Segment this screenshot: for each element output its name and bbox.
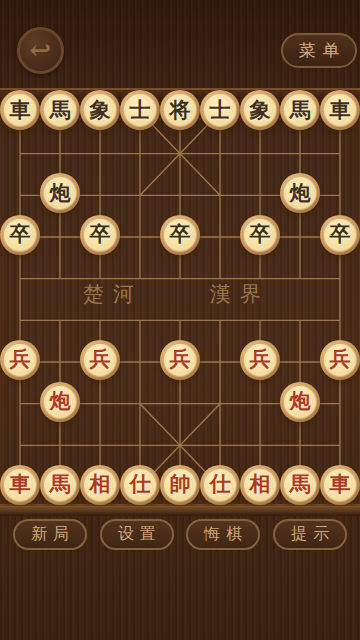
piece-face: 卒 <box>83 218 117 252</box>
piece-red-soldier-3[interactable]: 兵 <box>160 340 200 380</box>
piece-face: 車 <box>323 468 357 502</box>
piece-face: 卒 <box>3 218 37 252</box>
piece-face: 炮 <box>283 176 317 210</box>
footer-toolbar: 新局 设置 悔棋 提示 <box>13 519 347 550</box>
hint-button[interactable]: 提示 <box>273 519 347 550</box>
piece-face: 炮 <box>43 385 77 419</box>
board-bottom-bevel <box>0 506 360 516</box>
piece-face: 車 <box>323 93 357 127</box>
piece-face: 相 <box>83 468 117 502</box>
piece-face: 士 <box>203 93 237 127</box>
piece-black-chariot-left[interactable]: 車 <box>0 90 40 130</box>
piece-face: 車 <box>3 93 37 127</box>
piece-red-elephant-left[interactable]: 相 <box>80 465 120 505</box>
piece-face: 象 <box>83 93 117 127</box>
piece-face: 卒 <box>243 218 277 252</box>
piece-black-soldier-5[interactable]: 卒 <box>320 215 360 255</box>
piece-red-horse-left[interactable]: 馬 <box>40 465 80 505</box>
piece-red-cannon-right[interactable]: 炮 <box>280 382 320 422</box>
piece-face: 馬 <box>43 468 77 502</box>
piece-red-soldier-4[interactable]: 兵 <box>240 340 280 380</box>
piece-black-soldier-2[interactable]: 卒 <box>80 215 120 255</box>
piece-face: 卒 <box>163 218 197 252</box>
piece-red-chariot-left[interactable]: 車 <box>0 465 40 505</box>
new-game-label: 新局 <box>31 524 75 545</box>
piece-face: 兵 <box>323 343 357 377</box>
piece-black-advisor-right[interactable]: 士 <box>200 90 240 130</box>
piece-face: 炮 <box>283 385 317 419</box>
piece-face: 兵 <box>243 343 277 377</box>
piece-black-general[interactable]: 将 <box>160 90 200 130</box>
menu-button[interactable]: 菜单 <box>281 33 357 68</box>
back-button[interactable]: ↩ <box>17 27 64 74</box>
piece-face: 卒 <box>323 218 357 252</box>
piece-black-chariot-right[interactable]: 車 <box>320 90 360 130</box>
piece-face: 象 <box>243 93 277 127</box>
piece-black-horse-left[interactable]: 馬 <box>40 90 80 130</box>
piece-black-elephant-right[interactable]: 象 <box>240 90 280 130</box>
piece-face: 炮 <box>43 176 77 210</box>
piece-red-cannon-left[interactable]: 炮 <box>40 382 80 422</box>
piece-black-soldier-3[interactable]: 卒 <box>160 215 200 255</box>
piece-red-general[interactable]: 帥 <box>160 465 200 505</box>
piece-face: 馬 <box>43 93 77 127</box>
piece-red-advisor-right[interactable]: 仕 <box>200 465 240 505</box>
piece-face: 兵 <box>83 343 117 377</box>
piece-black-advisor-left[interactable]: 士 <box>120 90 160 130</box>
piece-red-elephant-right[interactable]: 相 <box>240 465 280 505</box>
new-game-button[interactable]: 新局 <box>13 519 87 550</box>
undo-move-button[interactable]: 悔棋 <box>186 519 260 550</box>
piece-face: 馬 <box>283 468 317 502</box>
return-arrow-icon: ↩ <box>30 35 52 66</box>
xiangqi-app: { "game": "xiangqi", "position": { "fen"… <box>0 0 360 640</box>
piece-black-horse-right[interactable]: 馬 <box>280 90 320 130</box>
piece-face: 将 <box>163 93 197 127</box>
piece-face: 相 <box>243 468 277 502</box>
piece-layer: 車馬象士将士象馬車炮炮卒卒卒卒卒兵兵兵兵兵炮炮車馬相仕帥仕相馬車 <box>0 88 360 506</box>
xiangqi-board[interactable]: 楚河 漢界 車馬象士将士象馬車炮炮卒卒卒卒卒兵兵兵兵兵炮炮車馬相仕帥仕相馬車 <box>0 88 360 506</box>
menu-button-label: 菜单 <box>299 39 347 62</box>
piece-red-advisor-left[interactable]: 仕 <box>120 465 160 505</box>
piece-black-cannon-right[interactable]: 炮 <box>280 173 320 213</box>
piece-red-horse-right[interactable]: 馬 <box>280 465 320 505</box>
piece-black-cannon-left[interactable]: 炮 <box>40 173 80 213</box>
settings-button[interactable]: 设置 <box>100 519 174 550</box>
piece-black-soldier-1[interactable]: 卒 <box>0 215 40 255</box>
piece-red-soldier-2[interactable]: 兵 <box>80 340 120 380</box>
piece-red-soldier-5[interactable]: 兵 <box>320 340 360 380</box>
piece-black-elephant-left[interactable]: 象 <box>80 90 120 130</box>
piece-face: 帥 <box>163 468 197 502</box>
piece-face: 兵 <box>163 343 197 377</box>
piece-black-soldier-4[interactable]: 卒 <box>240 215 280 255</box>
piece-red-soldier-1[interactable]: 兵 <box>0 340 40 380</box>
piece-face: 士 <box>123 93 157 127</box>
hint-label: 提示 <box>291 524 335 545</box>
piece-red-chariot-right[interactable]: 車 <box>320 465 360 505</box>
undo-move-label: 悔棋 <box>204 524 248 545</box>
settings-label: 设置 <box>118 524 162 545</box>
piece-face: 仕 <box>123 468 157 502</box>
piece-face: 仕 <box>203 468 237 502</box>
piece-face: 車 <box>3 468 37 502</box>
piece-face: 兵 <box>3 343 37 377</box>
piece-face: 馬 <box>283 93 317 127</box>
